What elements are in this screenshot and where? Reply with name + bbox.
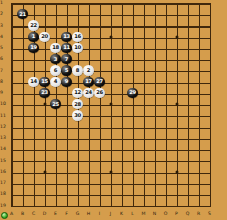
stone-white-12: 12 bbox=[72, 88, 82, 98]
stone-white-22: 22 bbox=[28, 20, 38, 30]
status-green-dot-icon bbox=[1, 212, 8, 219]
column-label-C: C bbox=[32, 212, 35, 217]
stone-black-23: 23 bbox=[39, 88, 49, 98]
stone-black-9: 9 bbox=[61, 77, 71, 87]
column-label-S: S bbox=[208, 212, 211, 217]
stone-white-8: 8 bbox=[72, 65, 82, 75]
stone-white-10: 10 bbox=[72, 43, 82, 53]
stone-white-20: 20 bbox=[39, 32, 49, 42]
stone-white-30: 30 bbox=[72, 110, 82, 120]
column-label-F: F bbox=[65, 212, 68, 217]
stone-white-16: 16 bbox=[72, 32, 82, 42]
stone-black-13: 13 bbox=[61, 32, 71, 42]
stone-black-21: 21 bbox=[17, 9, 27, 19]
column-label-L: L bbox=[131, 212, 134, 217]
column-label-M: M bbox=[142, 212, 146, 217]
column-label-O: O bbox=[164, 212, 168, 217]
column-label-P: P bbox=[175, 212, 178, 217]
column-label-R: R bbox=[197, 212, 200, 217]
stone-white-6: 6 bbox=[50, 65, 60, 75]
stone-black-5: 5 bbox=[61, 65, 71, 75]
column-label-N: N bbox=[153, 212, 156, 217]
stone-white-28: 28 bbox=[72, 99, 82, 109]
stone-white-18: 18 bbox=[50, 43, 60, 53]
stone-black-15: 15 bbox=[39, 77, 49, 87]
go-board-screen: 12345678910111213141516171819 ABCDEFGHIJ… bbox=[0, 0, 227, 220]
column-label-K: K bbox=[120, 212, 123, 217]
stone-black-27: 27 bbox=[94, 77, 104, 87]
stone-white-4: 4 bbox=[50, 77, 60, 87]
stone-black-25: 25 bbox=[50, 99, 60, 109]
stone-black-1: 1 bbox=[28, 32, 38, 42]
stone-black-17: 17 bbox=[83, 77, 93, 87]
column-label-D: D bbox=[43, 212, 47, 217]
stone-black-3: 3 bbox=[50, 54, 60, 64]
column-label-A: A bbox=[10, 212, 13, 217]
column-label-Q: Q bbox=[186, 212, 190, 217]
column-label-H: H bbox=[87, 212, 90, 217]
go-board[interactable]: 1234567891011121314151617181920212223242… bbox=[6, 0, 215, 211]
column-label-B: B bbox=[21, 212, 24, 217]
stone-black-7: 7 bbox=[61, 54, 71, 64]
column-label-I: I bbox=[99, 212, 100, 217]
column-label-J: J bbox=[110, 212, 111, 217]
stone-black-11: 11 bbox=[61, 43, 71, 53]
stone-white-24: 24 bbox=[83, 88, 93, 98]
stone-white-26: 26 bbox=[94, 88, 104, 98]
stone-white-2: 2 bbox=[83, 65, 93, 75]
stone-black-29: 29 bbox=[127, 88, 137, 98]
stone-black-19: 19 bbox=[28, 43, 38, 53]
stone-white-14: 14 bbox=[28, 77, 38, 87]
column-label-G: G bbox=[76, 212, 80, 217]
column-label-E: E bbox=[54, 212, 57, 217]
